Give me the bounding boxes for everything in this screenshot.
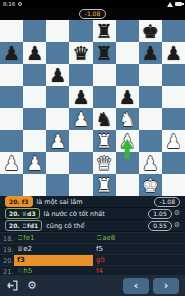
square-c6[interactable]: ♟ — [46, 64, 69, 86]
white-move-cell[interactable]: f3 — [14, 255, 93, 266]
square-h8[interactable] — [162, 20, 185, 42]
black-pawn-f5: ♟ — [116, 86, 139, 108]
evaluation-badge: -1.08 — [79, 9, 107, 19]
analysis-line-3[interactable]: 20. ♖fd1cũng có thể0.55⚙ — [0, 220, 185, 232]
line-settings-icon[interactable]: ⚙ — [174, 210, 180, 217]
square-c3[interactable]: ♟ — [46, 130, 69, 152]
square-g1[interactable]: ♚ — [139, 174, 162, 196]
square-d8[interactable] — [69, 20, 92, 42]
black-pawn-a7: ♟ — [0, 42, 23, 64]
exit-icon[interactable] — [6, 279, 19, 292]
black-king-g8: ♚ — [139, 20, 162, 42]
square-f8[interactable] — [116, 20, 139, 42]
battery-icon — [175, 2, 182, 6]
square-g6[interactable] — [139, 64, 162, 86]
square-b3[interactable] — [23, 130, 46, 152]
next-move-button[interactable]: › — [153, 278, 179, 294]
black-move-cell[interactable]: f5 — [93, 244, 185, 255]
line-settings-icon[interactable]: ⚙ — [174, 222, 180, 229]
black-pawn-h7: ♟ — [162, 42, 185, 64]
square-a4[interactable] — [0, 108, 23, 130]
white-knight-f4: ♞ — [116, 108, 139, 130]
square-g5[interactable] — [139, 86, 162, 108]
square-e4[interactable]: ♞ — [93, 108, 116, 130]
square-a2[interactable]: ♟ — [0, 152, 23, 174]
white-move-cell[interactable]: ♖fe1 — [14, 233, 93, 244]
settings-gear-icon[interactable]: ⚙ — [27, 275, 37, 296]
square-a3[interactable] — [0, 130, 23, 152]
square-f1[interactable] — [116, 174, 139, 196]
move-number: 19. — [0, 246, 14, 254]
notification-icon — [18, 2, 22, 6]
chess-board[interactable]: ♜♚♟♟♛♜♟♟♟♟♟♟♞♞♟♜♟♟♟♟♛♟♜♚ — [0, 20, 185, 196]
square-e6[interactable] — [93, 64, 116, 86]
square-b4[interactable] — [23, 108, 46, 130]
square-c2[interactable] — [46, 152, 69, 174]
white-pawn-a2: ♟ — [0, 152, 23, 174]
white-king-g1: ♚ — [139, 174, 162, 196]
white-pawn-h3: ♟ — [162, 130, 185, 152]
analysis-comment: là một sai lầm — [37, 198, 83, 206]
square-b1[interactable] — [23, 174, 46, 196]
analysis-move-badge[interactable]: 20. ♖fd1 — [5, 220, 42, 231]
square-a5[interactable] — [0, 86, 23, 108]
white-move-cell[interactable]: ♕e2 — [14, 244, 93, 255]
black-queen-d7: ♛ — [69, 42, 92, 64]
square-b5[interactable] — [23, 86, 46, 108]
square-h1[interactable] — [162, 174, 185, 196]
status-bar: 8:16 — [0, 0, 185, 8]
bottom-nav-bar: ⚙ ‹ › — [0, 275, 185, 296]
move-number: 18. — [0, 235, 14, 243]
status-time: 8:16 — [3, 0, 15, 8]
move-number: 20. — [0, 257, 14, 265]
move-row-18: 18.♖fe1♖ae8 — [0, 232, 185, 243]
move-row-20: 20.f3g5 — [0, 254, 185, 265]
analysis-move-badge[interactable]: 20. f3 — [5, 196, 33, 207]
analysis-line-2[interactable]: 20. ♕d3là nước cờ tốt nhất1.05⚙ — [0, 208, 185, 220]
square-a1[interactable] — [0, 174, 23, 196]
square-h7[interactable]: ♟ — [162, 42, 185, 64]
black-move-cell[interactable]: g5 — [93, 255, 185, 266]
square-d2[interactable] — [69, 152, 92, 174]
square-f4[interactable]: ♞ — [116, 108, 139, 130]
square-a8[interactable] — [0, 20, 23, 42]
white-pawn-d4: ♟ — [69, 108, 92, 130]
white-rook-e1: ♜ — [93, 174, 116, 196]
square-e7[interactable]: ♜ — [93, 42, 116, 64]
black-move-cell[interactable]: ♖ae8 — [93, 233, 185, 244]
square-g2[interactable]: ♟ — [139, 152, 162, 174]
white-pawn-c3: ♟ — [46, 130, 69, 152]
square-f3[interactable]: ♟ — [116, 130, 139, 152]
square-d7[interactable]: ♛ — [69, 42, 92, 64]
black-rook-e7: ♜ — [93, 42, 116, 64]
square-b7[interactable]: ♟ — [23, 42, 46, 64]
black-rook-e8: ♜ — [93, 20, 116, 42]
square-e5[interactable] — [93, 86, 116, 108]
white-pawn-f3: ♟ — [116, 130, 139, 152]
square-c1[interactable] — [46, 174, 69, 196]
analysis-move-badge[interactable]: 20. ♕d3 — [5, 208, 40, 219]
square-e2[interactable]: ♛ — [93, 152, 116, 174]
square-h4[interactable] — [162, 108, 185, 130]
black-pawn-b7: ♟ — [23, 42, 46, 64]
black-pawn-c6: ♟ — [46, 64, 69, 86]
square-a6[interactable] — [0, 64, 23, 86]
square-f5[interactable]: ♟ — [116, 86, 139, 108]
square-c5[interactable] — [46, 86, 69, 108]
square-c7[interactable] — [46, 42, 69, 64]
square-g8[interactable]: ♚ — [139, 20, 162, 42]
square-g4[interactable] — [139, 108, 162, 130]
square-h2[interactable] — [162, 152, 185, 174]
prev-move-button[interactable]: ‹ — [123, 278, 149, 294]
move-list: 18.♖fe1♖ae819.♕e2f520.f3g521.♘h5f4 — [0, 232, 185, 276]
square-e3[interactable]: ♜ — [93, 130, 116, 152]
square-e8[interactable]: ♜ — [93, 20, 116, 42]
square-g3[interactable] — [139, 130, 162, 152]
black-knight-e4: ♞ — [93, 108, 116, 130]
square-f2[interactable] — [116, 152, 139, 174]
square-c8[interactable] — [46, 20, 69, 42]
phone-screen: 8:16 -1.08 ♜♚♟♟♛♜♟♟♟♟♟♟♞♞♟♜♟♟♟♟♛♟♜♚ 20. … — [0, 0, 185, 296]
square-f7[interactable] — [116, 42, 139, 64]
black-pawn-d5: ♟ — [69, 86, 92, 108]
square-e1[interactable]: ♜ — [93, 174, 116, 196]
square-d6[interactable] — [69, 64, 92, 86]
square-b2[interactable]: ♟ — [23, 152, 46, 174]
analysis-eval-pill: 0.55 — [148, 221, 171, 231]
white-rook-e3: ♜ — [93, 130, 116, 152]
white-pawn-g2: ♟ — [139, 152, 162, 174]
square-f6[interactable] — [116, 64, 139, 86]
square-d5[interactable]: ♟ — [69, 86, 92, 108]
square-b6[interactable] — [23, 64, 46, 86]
square-g7[interactable]: ♟ — [139, 42, 162, 64]
evaluation-strip: -1.08 — [0, 8, 185, 20]
square-c4[interactable] — [46, 108, 69, 130]
square-d3[interactable] — [69, 130, 92, 152]
analysis-eval-pill: 1.05 — [148, 209, 171, 219]
analysis-comment: cũng có thể — [46, 222, 84, 230]
wifi-icon — [167, 2, 173, 7]
square-b8[interactable] — [23, 20, 46, 42]
analysis-line-1[interactable]: 20. f3là một sai lầm-1.08 — [0, 196, 185, 208]
analysis-panel: 20. f3là một sai lầm-1.0820. ♕d3là nước … — [0, 196, 185, 232]
analysis-comment: là nước cờ tốt nhất — [44, 210, 105, 218]
black-pawn-g7: ♟ — [139, 42, 162, 64]
square-d4[interactable]: ♟ — [69, 108, 92, 130]
square-h3[interactable]: ♟ — [162, 130, 185, 152]
white-queen-e2: ♛ — [93, 152, 116, 174]
square-h6[interactable] — [162, 64, 185, 86]
move-row-19: 19.♕e2f5 — [0, 243, 185, 254]
square-h5[interactable] — [162, 86, 185, 108]
analysis-eval-pill: -1.08 — [154, 197, 180, 207]
white-pawn-b2: ♟ — [23, 152, 46, 174]
square-a7[interactable]: ♟ — [0, 42, 23, 64]
square-d1[interactable] — [69, 174, 92, 196]
